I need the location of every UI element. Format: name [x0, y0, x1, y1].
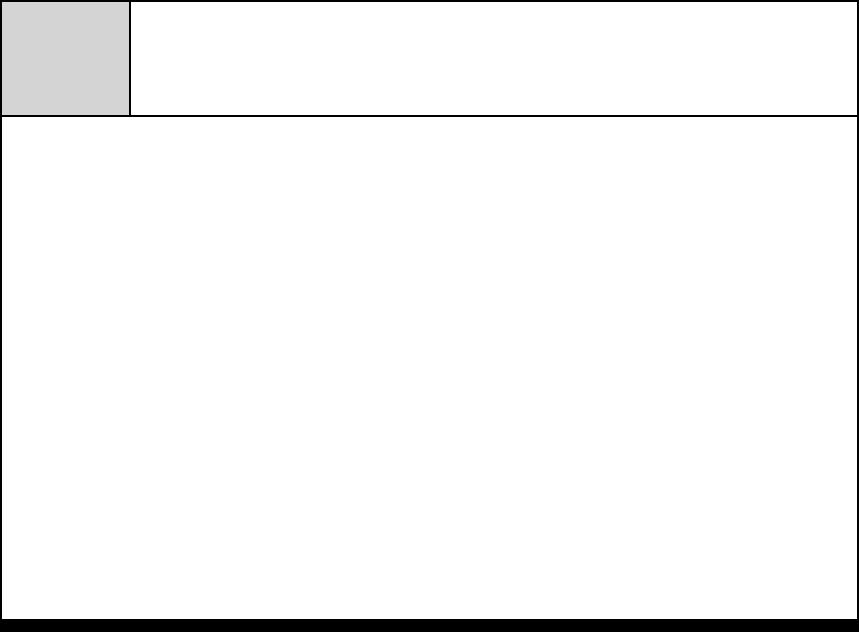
- left-clues-area: [0, 117, 131, 621]
- puzzle-grid: [131, 117, 859, 621]
- nonogram-app: [0, 0, 859, 632]
- nonogram-puzzle: [0, 0, 859, 623]
- corner-block: [0, 0, 131, 117]
- bottom-bar: [0, 621, 859, 632]
- top-clues-area: [131, 0, 859, 117]
